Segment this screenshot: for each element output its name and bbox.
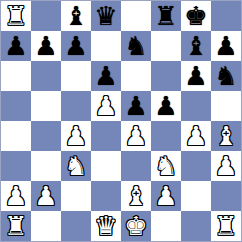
square-h3[interactable]: ♟ — [211, 151, 241, 181]
square-g4[interactable]: ♟ — [181, 121, 211, 151]
white-knight: ♞ — [64, 151, 87, 181]
square-a3[interactable] — [1, 151, 31, 181]
white-pawn: ♟ — [184, 121, 207, 151]
white-pawn: ♟ — [154, 181, 177, 211]
white-queen: ♛ — [94, 211, 117, 241]
square-c6[interactable] — [61, 61, 91, 91]
white-pawn: ♟ — [214, 151, 237, 181]
square-b5[interactable] — [31, 91, 61, 121]
square-c2[interactable] — [61, 181, 91, 211]
square-g1[interactable] — [181, 211, 211, 241]
square-d3[interactable] — [91, 151, 121, 181]
square-g8[interactable]: ♚ — [181, 1, 211, 31]
square-a8[interactable]: ♜ — [1, 1, 31, 31]
square-b8[interactable] — [31, 1, 61, 31]
white-pawn: ♟ — [124, 121, 147, 151]
square-g2[interactable] — [181, 181, 211, 211]
black-pawn: ♟ — [94, 61, 117, 91]
square-h6[interactable]: ♞ — [211, 61, 241, 91]
square-e6[interactable] — [121, 61, 151, 91]
square-c7[interactable]: ♟ — [61, 31, 91, 61]
square-g5[interactable] — [181, 91, 211, 121]
square-a4[interactable] — [1, 121, 31, 151]
chess-board-container: ♜♝♛♜♚♟♟♟♞♝♟♟♟♞♟♟♟♟♟♟♝♞♞♟♟♟♝♟♜♛♚♜ — [0, 0, 242, 242]
square-c1[interactable] — [61, 211, 91, 241]
black-pawn: ♟ — [154, 91, 177, 121]
black-pawn: ♟ — [124, 91, 147, 121]
square-f2[interactable]: ♟ — [151, 181, 181, 211]
square-c3[interactable]: ♞ — [61, 151, 91, 181]
square-d5[interactable]: ♟ — [91, 91, 121, 121]
black-king: ♚ — [184, 1, 207, 31]
square-f6[interactable] — [151, 61, 181, 91]
square-f7[interactable] — [151, 31, 181, 61]
square-e4[interactable]: ♟ — [121, 121, 151, 151]
white-pawn: ♟ — [4, 181, 27, 211]
black-pawn: ♟ — [4, 31, 27, 61]
square-g3[interactable] — [181, 151, 211, 181]
square-e3[interactable] — [121, 151, 151, 181]
square-f1[interactable] — [151, 211, 181, 241]
square-b7[interactable]: ♟ — [31, 31, 61, 61]
white-king: ♚ — [124, 211, 147, 241]
black-pawn: ♟ — [184, 61, 207, 91]
square-a7[interactable]: ♟ — [1, 31, 31, 61]
square-e2[interactable]: ♝ — [121, 181, 151, 211]
black-queen: ♛ — [94, 1, 117, 31]
square-a6[interactable] — [1, 61, 31, 91]
black-bishop: ♝ — [184, 31, 207, 61]
square-h2[interactable] — [211, 181, 241, 211]
square-d1[interactable]: ♛ — [91, 211, 121, 241]
square-b4[interactable] — [31, 121, 61, 151]
square-h1[interactable]: ♜ — [211, 211, 241, 241]
square-e1[interactable]: ♚ — [121, 211, 151, 241]
square-h8[interactable] — [211, 1, 241, 31]
square-e8[interactable] — [121, 1, 151, 31]
square-b2[interactable]: ♟ — [31, 181, 61, 211]
square-b1[interactable] — [31, 211, 61, 241]
white-pawn: ♟ — [94, 91, 117, 121]
square-g6[interactable]: ♟ — [181, 61, 211, 91]
white-bishop: ♝ — [124, 181, 147, 211]
square-f4[interactable] — [151, 121, 181, 151]
square-a5[interactable] — [1, 91, 31, 121]
square-h7[interactable]: ♟ — [211, 31, 241, 61]
square-d6[interactable]: ♟ — [91, 61, 121, 91]
chess-board: ♜♝♛♜♚♟♟♟♞♝♟♟♟♞♟♟♟♟♟♟♝♞♞♟♟♟♝♟♜♛♚♜ — [0, 0, 242, 242]
square-d2[interactable] — [91, 181, 121, 211]
square-g7[interactable]: ♝ — [181, 31, 211, 61]
square-h5[interactable] — [211, 91, 241, 121]
square-f3[interactable]: ♞ — [151, 151, 181, 181]
black-pawn: ♟ — [64, 31, 87, 61]
white-rook: ♜ — [214, 211, 237, 241]
square-b6[interactable] — [31, 61, 61, 91]
square-h4[interactable]: ♝ — [211, 121, 241, 151]
square-a1[interactable]: ♜ — [1, 211, 31, 241]
square-e5[interactable]: ♟ — [121, 91, 151, 121]
white-pawn: ♟ — [34, 181, 57, 211]
white-rook: ♜ — [4, 1, 27, 31]
black-knight: ♞ — [124, 31, 147, 61]
black-pawn: ♟ — [34, 31, 57, 61]
square-e7[interactable]: ♞ — [121, 31, 151, 61]
black-pawn: ♟ — [214, 31, 237, 61]
square-b3[interactable] — [31, 151, 61, 181]
square-a2[interactable]: ♟ — [1, 181, 31, 211]
square-d8[interactable]: ♛ — [91, 1, 121, 31]
black-rook: ♜ — [154, 1, 177, 31]
white-bishop: ♝ — [214, 121, 237, 151]
square-d7[interactable] — [91, 31, 121, 61]
square-f5[interactable]: ♟ — [151, 91, 181, 121]
square-f8[interactable]: ♜ — [151, 1, 181, 31]
white-knight: ♞ — [154, 151, 177, 181]
square-c5[interactable] — [61, 91, 91, 121]
square-d4[interactable] — [91, 121, 121, 151]
black-bishop: ♝ — [64, 1, 87, 31]
square-c4[interactable]: ♟ — [61, 121, 91, 151]
white-pawn: ♟ — [64, 121, 87, 151]
white-rook: ♜ — [4, 211, 27, 241]
black-knight: ♞ — [214, 61, 237, 91]
square-c8[interactable]: ♝ — [61, 1, 91, 31]
